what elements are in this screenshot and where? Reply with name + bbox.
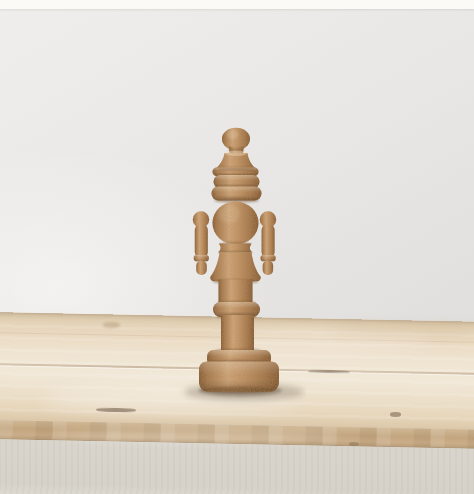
top-white-strip <box>0 0 474 9</box>
neck-rings <box>212 175 262 203</box>
right-arm <box>260 211 276 275</box>
skirt <box>210 253 260 284</box>
product-photo-scene <box>0 0 474 494</box>
lower-column <box>221 315 254 353</box>
upper-column <box>219 280 253 304</box>
base <box>199 349 279 393</box>
nutcracker-figurine <box>166 116 306 408</box>
table-apron <box>0 439 474 494</box>
hat <box>213 151 259 177</box>
left-arm <box>193 211 209 275</box>
